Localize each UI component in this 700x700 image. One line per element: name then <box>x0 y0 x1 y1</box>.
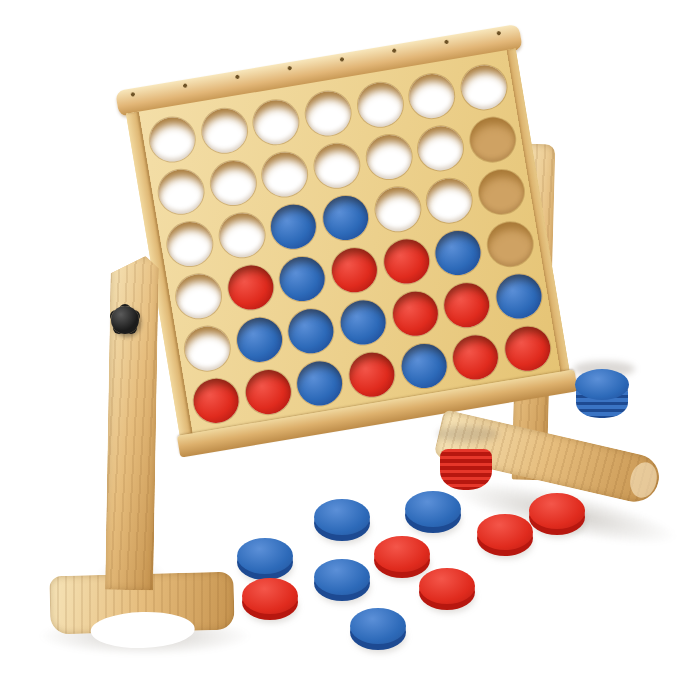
pivot-knob-icon[interactable] <box>111 306 139 334</box>
cell-r5c5[interactable] <box>385 283 446 344</box>
red-disc[interactable] <box>346 349 398 400</box>
cell-r6c2[interactable] <box>237 361 298 422</box>
empty-hole <box>424 175 476 226</box>
loose-blue-disc[interactable] <box>314 499 370 541</box>
hole-with-red-disc <box>502 323 554 374</box>
board-face <box>126 49 570 438</box>
cell-r4c1[interactable] <box>168 265 229 326</box>
blue-disc[interactable] <box>294 358 346 409</box>
disc-top <box>529 493 585 529</box>
empty-hole <box>181 323 233 374</box>
hole-with-red-disc <box>380 236 432 287</box>
loose-blue-disc[interactable] <box>314 559 370 601</box>
red-disc[interactable] <box>329 244 381 295</box>
hole-with-red-disc <box>242 366 294 417</box>
empty-hole <box>467 114 519 165</box>
hole-with-blue-disc <box>398 340 450 391</box>
cell-r2c4[interactable] <box>306 135 367 196</box>
disc-top <box>350 608 406 644</box>
empty-hole <box>476 166 528 217</box>
blue-disc[interactable] <box>233 314 285 365</box>
cell-r2c1[interactable] <box>151 161 212 222</box>
stand-left-post <box>105 256 159 591</box>
cell-r5c6[interactable] <box>437 274 498 335</box>
game-board <box>122 25 573 457</box>
cell-r5c1[interactable] <box>177 318 238 379</box>
hole-with-blue-disc <box>432 227 484 278</box>
connect-four-product-photo <box>0 0 700 700</box>
cell-r6c1[interactable] <box>185 370 246 431</box>
cell-r5c2[interactable] <box>229 309 290 370</box>
disc-top <box>477 514 533 550</box>
stack-top <box>575 369 629 400</box>
blue-disc[interactable] <box>337 297 389 348</box>
empty-hole <box>354 79 406 130</box>
loose-blue-disc[interactable] <box>350 608 406 650</box>
disc-top <box>242 578 298 614</box>
cell-r4c4[interactable] <box>324 239 385 300</box>
cell-r4c7[interactable] <box>480 213 541 274</box>
cell-r2c6[interactable] <box>410 117 471 178</box>
hole-with-red-disc <box>389 288 441 339</box>
cell-r1c5[interactable] <box>350 74 411 135</box>
empty-hole <box>155 166 207 217</box>
cell-r3c7[interactable] <box>471 161 532 222</box>
loose-red-disc[interactable] <box>477 514 533 556</box>
loose-blue-disc[interactable] <box>405 491 461 533</box>
hole-with-blue-disc <box>277 253 329 304</box>
loose-red-disc[interactable] <box>242 578 298 620</box>
blue-disc[interactable] <box>493 271 545 322</box>
cell-r2c7[interactable] <box>462 109 523 170</box>
red-disc[interactable] <box>502 323 554 374</box>
cell-r5c7[interactable] <box>489 265 550 326</box>
cell-r6c4[interactable] <box>341 344 402 405</box>
cell-r3c1[interactable] <box>159 213 220 274</box>
empty-hole <box>164 218 216 269</box>
loose-red-disc[interactable] <box>529 493 585 535</box>
cell-r2c2[interactable] <box>202 152 263 213</box>
cell-r1c2[interactable] <box>194 100 255 161</box>
empty-hole <box>406 70 458 121</box>
red-disc[interactable] <box>441 279 493 330</box>
loose-blue-disc[interactable] <box>237 538 293 580</box>
hole-with-blue-disc <box>285 305 337 356</box>
cell-r2c5[interactable] <box>358 126 419 187</box>
empty-hole <box>146 114 198 165</box>
hole-with-blue-disc <box>337 297 389 348</box>
red-disc[interactable] <box>389 288 441 339</box>
cell-r1c7[interactable] <box>454 56 515 117</box>
empty-hole <box>207 157 259 208</box>
cell-r1c3[interactable] <box>246 91 307 152</box>
disc-top <box>237 538 293 574</box>
hole-with-red-disc <box>225 262 277 313</box>
cell-r4c6[interactable] <box>428 222 489 283</box>
cell-r2c3[interactable] <box>254 143 315 204</box>
stack-top <box>439 434 493 465</box>
cell-r6c7[interactable] <box>497 318 558 379</box>
hole-with-blue-disc <box>233 314 285 365</box>
empty-hole <box>415 122 467 173</box>
disc-top <box>419 568 475 604</box>
board-grid <box>142 56 558 431</box>
cell-r3c6[interactable] <box>419 170 480 231</box>
cell-r1c6[interactable] <box>402 65 463 126</box>
empty-hole <box>198 105 250 156</box>
disc-top <box>314 559 370 595</box>
cell-r3c3[interactable] <box>263 196 324 257</box>
hole-with-red-disc <box>450 332 502 383</box>
empty-hole <box>363 131 415 182</box>
cell-r4c3[interactable] <box>272 248 333 309</box>
empty-hole <box>173 270 225 321</box>
cell-r3c4[interactable] <box>315 187 376 248</box>
cell-r1c1[interactable] <box>142 109 203 170</box>
empty-hole <box>484 218 536 269</box>
cell-r6c3[interactable] <box>289 353 350 414</box>
hole-with-red-disc <box>329 244 381 295</box>
blue-disc[interactable] <box>398 340 450 391</box>
cell-r5c4[interactable] <box>333 292 394 353</box>
empty-hole <box>250 96 302 147</box>
empty-hole <box>302 88 354 139</box>
cell-r4c2[interactable] <box>220 257 281 318</box>
blue-disc[interactable] <box>320 192 372 243</box>
hole-with-blue-disc <box>268 201 320 252</box>
cell-r6c5[interactable] <box>393 335 454 396</box>
cell-r3c2[interactable] <box>211 204 272 265</box>
hole-with-blue-disc <box>493 271 545 322</box>
disc-top <box>374 536 430 572</box>
cell-r1c4[interactable] <box>298 82 359 143</box>
hole-with-blue-disc <box>320 192 372 243</box>
blue-disc[interactable] <box>277 253 329 304</box>
cell-r3c5[interactable] <box>367 178 428 239</box>
red-disc[interactable] <box>242 366 294 417</box>
empty-hole <box>311 140 363 191</box>
cell-r4c5[interactable] <box>376 231 437 292</box>
empty-hole <box>216 209 268 260</box>
red-disc[interactable] <box>225 262 277 313</box>
blue-disc[interactable] <box>432 227 484 278</box>
hole-with-blue-disc <box>294 358 346 409</box>
hole-with-red-disc <box>441 279 493 330</box>
cell-r5c3[interactable] <box>281 300 342 361</box>
empty-hole <box>458 61 510 112</box>
hole-with-red-disc <box>346 349 398 400</box>
red-disc[interactable] <box>190 375 242 426</box>
disc-top <box>314 499 370 535</box>
empty-hole <box>372 183 424 234</box>
red-disc[interactable] <box>380 236 432 287</box>
cell-r6c6[interactable] <box>445 326 506 387</box>
blue-disc[interactable] <box>268 201 320 252</box>
hole-with-red-disc <box>190 375 242 426</box>
red-disc[interactable] <box>450 332 502 383</box>
loose-red-disc[interactable] <box>419 568 475 610</box>
empty-hole <box>259 149 311 200</box>
blue-disc[interactable] <box>285 305 337 356</box>
disc-top <box>405 491 461 527</box>
